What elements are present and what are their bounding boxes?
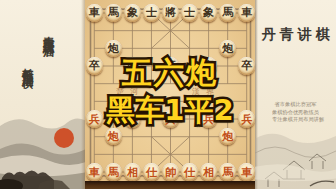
xiangqi-piece-black[interactable]: 車 <box>238 4 255 21</box>
xiangqi-piece-red[interactable]: 帥 <box>162 163 179 180</box>
xiangqi-piece-red[interactable]: 馬 <box>105 163 122 180</box>
left-decor-panel: 青山不厌三杯酒 长日惟消一局棋 <box>0 0 85 189</box>
xiangqi-piece-black[interactable]: 士 <box>181 4 198 21</box>
channel-title: 丹青讲棋 <box>255 26 336 44</box>
caption-move-text: 黑车1平2 <box>85 91 255 131</box>
xiangqi-piece-red[interactable]: 仕 <box>143 163 160 180</box>
poem-line-2: 长日惟消一局棋 <box>21 59 34 70</box>
xiangqi-piece-black[interactable]: 將 <box>162 4 179 21</box>
xiangqi-piece-black[interactable]: 馬 <box>105 4 122 21</box>
caption-opening-name: 五六炮 <box>85 53 255 94</box>
xiangqi-piece-black[interactable]: 象 <box>200 4 217 21</box>
credential-line: 象棋协会优秀教练员 <box>272 109 319 117</box>
xiangqi-piece-black[interactable]: 象 <box>124 4 141 21</box>
xiangqi-piece-black[interactable]: 車 <box>86 4 103 21</box>
xiangqi-piece-red[interactable]: 仕 <box>181 163 198 180</box>
xiangqi-piece-red[interactable]: 馬 <box>219 163 236 180</box>
xiangqi-piece-red[interactable]: 相 <box>124 163 141 180</box>
credential-line: 省市象棋比赛冠军 <box>272 101 319 109</box>
xiangqi-piece-black[interactable]: 馬 <box>219 4 236 21</box>
xiangqi-piece-red[interactable]: 相 <box>200 163 217 180</box>
board-front-edge <box>85 181 255 189</box>
video-frame: 青山不厌三杯酒 长日惟消一局棋 丹青讲棋 省市象棋比赛冠军 象棋协会优秀教练员 … <box>0 0 336 189</box>
credential-line: 专注象棋开局布局讲解 <box>272 116 319 124</box>
red-sun-icon <box>54 128 74 148</box>
poem-line-1: 青山不厌三杯酒 <box>42 27 55 38</box>
right-decor-panel: 丹青讲棋 省市象棋比赛冠军 象棋协会优秀教练员 专注象棋开局布局讲解 <box>255 0 336 189</box>
xiangqi-piece-red[interactable]: 車 <box>86 163 103 180</box>
xiangqi-piece-black[interactable]: 士 <box>143 4 160 21</box>
channel-credentials: 省市象棋比赛冠军 象棋协会优秀教练员 专注象棋开局布局讲解 <box>272 101 319 124</box>
xiangqi-piece-red[interactable]: 車 <box>238 163 255 180</box>
